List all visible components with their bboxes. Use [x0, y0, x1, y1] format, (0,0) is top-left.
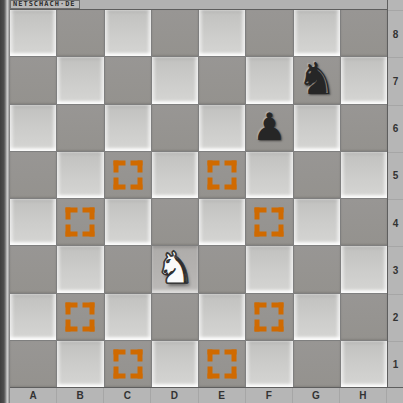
square-f8[interactable] [246, 10, 292, 56]
black-knight[interactable]: ♞ [297, 57, 336, 101]
square-g3[interactable] [294, 246, 340, 292]
file-label-d: D [151, 388, 198, 403]
file-label-f: F [246, 388, 293, 403]
move-marker-c5 [113, 160, 142, 189]
square-a7[interactable] [10, 57, 56, 103]
square-b5[interactable] [57, 152, 103, 198]
square-d1[interactable] [152, 341, 198, 387]
corner-cell-right [387, 388, 403, 403]
square-a3[interactable] [10, 246, 56, 292]
square-a1[interactable] [10, 341, 56, 387]
square-g5[interactable] [294, 152, 340, 198]
square-d2[interactable] [152, 294, 198, 340]
square-g8[interactable] [294, 10, 340, 56]
rank-label-8: 8 [388, 10, 403, 57]
square-h7[interactable] [341, 57, 387, 103]
black-pawn[interactable]: ♟ [252, 108, 286, 146]
square-d6[interactable] [152, 105, 198, 151]
white-knight[interactable]: ♞ [155, 246, 194, 290]
netschach-app-frame: NETSCHACH·DE ♞♟♞ 87654321 ABCDEFGH [0, 0, 403, 403]
square-f5[interactable] [246, 152, 292, 198]
rank-label-2: 2 [388, 294, 403, 341]
move-marker-b2 [66, 302, 95, 331]
move-marker-f2 [255, 302, 284, 331]
square-e5[interactable] [199, 152, 245, 198]
square-a5[interactable] [10, 152, 56, 198]
square-c3[interactable] [105, 246, 151, 292]
square-g2[interactable] [294, 294, 340, 340]
square-h4[interactable] [341, 199, 387, 245]
square-b7[interactable] [57, 57, 103, 103]
square-h8[interactable] [341, 10, 387, 56]
site-title: NETSCHACH·DE [10, 0, 80, 9]
square-a2[interactable] [10, 294, 56, 340]
rank-label-7: 7 [388, 57, 403, 104]
rank-labels: 87654321 [387, 0, 403, 403]
square-b1[interactable] [57, 341, 103, 387]
square-h1[interactable] [341, 341, 387, 387]
square-b2[interactable] [57, 294, 103, 340]
square-e2[interactable] [199, 294, 245, 340]
square-e6[interactable] [199, 105, 245, 151]
square-c5[interactable] [105, 152, 151, 198]
move-marker-c1 [113, 349, 142, 378]
file-label-g: G [293, 388, 340, 403]
chess-board: ♞♟♞ [10, 10, 387, 387]
rank-label-3: 3 [388, 246, 403, 293]
left-frame-border [0, 0, 10, 403]
square-h5[interactable] [341, 152, 387, 198]
square-b6[interactable] [57, 105, 103, 151]
rank-label-4: 4 [388, 199, 403, 246]
file-label-a: A [10, 388, 57, 403]
header-bar: NETSCHACH·DE [10, 0, 403, 10]
square-e3[interactable] [199, 246, 245, 292]
square-f7[interactable] [246, 57, 292, 103]
square-d5[interactable] [152, 152, 198, 198]
square-c4[interactable] [105, 199, 151, 245]
square-f2[interactable] [246, 294, 292, 340]
square-e7[interactable] [199, 57, 245, 103]
square-f3[interactable] [246, 246, 292, 292]
square-h3[interactable] [341, 246, 387, 292]
square-g7[interactable]: ♞ [294, 57, 340, 103]
square-g6[interactable] [294, 105, 340, 151]
move-marker-e5 [208, 160, 237, 189]
square-h2[interactable] [341, 294, 387, 340]
move-marker-b4 [66, 208, 95, 237]
square-d4[interactable] [152, 199, 198, 245]
rank-label-1: 1 [388, 341, 403, 388]
square-d3[interactable]: ♞ [152, 246, 198, 292]
square-d8[interactable] [152, 10, 198, 56]
file-label-c: C [104, 388, 151, 403]
square-c1[interactable] [105, 341, 151, 387]
square-b8[interactable] [57, 10, 103, 56]
corner-cell-top [388, 0, 403, 10]
file-label-e: E [199, 388, 246, 403]
square-c8[interactable] [105, 10, 151, 56]
square-c7[interactable] [105, 57, 151, 103]
move-marker-f4 [255, 208, 284, 237]
file-labels: ABCDEFGH [10, 387, 403, 403]
square-f6[interactable]: ♟ [246, 105, 292, 151]
file-label-b: B [57, 388, 104, 403]
square-e4[interactable] [199, 199, 245, 245]
rank-label-5: 5 [388, 152, 403, 199]
square-a4[interactable] [10, 199, 56, 245]
rank-label-6: 6 [388, 105, 403, 152]
square-b3[interactable] [57, 246, 103, 292]
file-label-h: H [340, 388, 387, 403]
square-e8[interactable] [199, 10, 245, 56]
square-d7[interactable] [152, 57, 198, 103]
square-b4[interactable] [57, 199, 103, 245]
square-g4[interactable] [294, 199, 340, 245]
square-e1[interactable] [199, 341, 245, 387]
square-g1[interactable] [294, 341, 340, 387]
square-a6[interactable] [10, 105, 56, 151]
square-h6[interactable] [341, 105, 387, 151]
move-marker-e1 [208, 349, 237, 378]
square-f1[interactable] [246, 341, 292, 387]
square-c6[interactable] [105, 105, 151, 151]
square-c2[interactable] [105, 294, 151, 340]
square-f4[interactable] [246, 199, 292, 245]
square-a8[interactable] [10, 10, 56, 56]
